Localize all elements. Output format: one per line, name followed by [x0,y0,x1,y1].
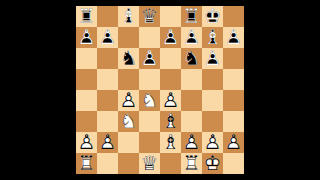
square-a7[interactable]: ♟♙ [76,27,97,48]
square-d6[interactable]: ♟♙ [139,48,160,69]
square-d8[interactable]: ♛♕ [139,6,160,27]
chess-board: ♜♖♝♗♛♕♜♖♚♔♟♙♟♙♟♙♟♙♝♗♟♙♞♘♟♙♞♘♟♙♟♙♞♘♟♙♞♘♝♗… [76,6,244,174]
piece-white-bishop[interactable]: ♝♗ [160,132,181,153]
square-g3[interactable] [202,111,223,132]
square-h3[interactable] [223,111,244,132]
square-g1[interactable]: ♚♔ [202,153,223,174]
square-h5[interactable] [223,69,244,90]
square-a6[interactable] [76,48,97,69]
square-c1[interactable] [118,153,139,174]
square-b5[interactable] [97,69,118,90]
square-f7[interactable]: ♟♙ [181,27,202,48]
piece-black-bishop[interactable]: ♝♗ [202,27,223,48]
square-f1[interactable]: ♜♖ [181,153,202,174]
piece-glyph-outline: ♘ [139,90,160,111]
piece-glyph-outline: ♘ [181,48,202,69]
square-d4[interactable]: ♞♘ [139,90,160,111]
piece-glyph-outline: ♖ [181,153,202,174]
square-e4[interactable]: ♟♙ [160,90,181,111]
square-a3[interactable] [76,111,97,132]
square-e1[interactable] [160,153,181,174]
piece-glyph-outline: ♗ [202,27,223,48]
square-d2[interactable] [139,132,160,153]
square-h8[interactable] [223,6,244,27]
square-f5[interactable] [181,69,202,90]
square-f8[interactable]: ♜♖ [181,6,202,27]
piece-black-king[interactable]: ♚♔ [202,6,223,27]
square-c2[interactable] [118,132,139,153]
square-a8[interactable]: ♜♖ [76,6,97,27]
piece-glyph-outline: ♙ [76,132,97,153]
piece-white-pawn[interactable]: ♟♙ [76,132,97,153]
square-d3[interactable] [139,111,160,132]
piece-glyph-outline: ♔ [202,6,223,27]
piece-glyph-outline: ♙ [97,132,118,153]
piece-black-pawn[interactable]: ♟♙ [160,27,181,48]
square-e5[interactable] [160,69,181,90]
square-c4[interactable]: ♟♙ [118,90,139,111]
square-g5[interactable] [202,69,223,90]
square-e6[interactable] [160,48,181,69]
square-c3[interactable]: ♞♘ [118,111,139,132]
square-h4[interactable] [223,90,244,111]
square-b7[interactable]: ♟♙ [97,27,118,48]
piece-glyph-outline: ♙ [202,48,223,69]
piece-white-pawn[interactable]: ♟♙ [97,132,118,153]
piece-glyph-outline: ♖ [181,6,202,27]
square-g4[interactable] [202,90,223,111]
piece-glyph-outline: ♕ [139,6,160,27]
piece-glyph-outline: ♗ [118,6,139,27]
piece-glyph-outline: ♘ [118,48,139,69]
square-g8[interactable]: ♚♔ [202,6,223,27]
piece-white-knight[interactable]: ♞♘ [118,111,139,132]
piece-white-pawn[interactable]: ♟♙ [160,90,181,111]
piece-glyph-outline: ♙ [202,132,223,153]
piece-glyph-outline: ♔ [202,153,223,174]
square-f4[interactable] [181,90,202,111]
square-e7[interactable]: ♟♙ [160,27,181,48]
square-d7[interactable] [139,27,160,48]
piece-black-pawn[interactable]: ♟♙ [223,27,244,48]
square-b1[interactable] [97,153,118,174]
piece-glyph-outline: ♗ [160,111,181,132]
square-g2[interactable]: ♟♙ [202,132,223,153]
piece-glyph-outline: ♘ [118,111,139,132]
piece-black-rook[interactable]: ♜♖ [76,6,97,27]
square-h7[interactable]: ♟♙ [223,27,244,48]
square-c7[interactable] [118,27,139,48]
square-c5[interactable] [118,69,139,90]
square-h2[interactable]: ♟♙ [223,132,244,153]
square-a1[interactable]: ♜♖ [76,153,97,174]
square-d1[interactable]: ♛♕ [139,153,160,174]
piece-glyph-outline: ♖ [76,6,97,27]
square-b3[interactable] [97,111,118,132]
square-b6[interactable] [97,48,118,69]
square-a5[interactable] [76,69,97,90]
piece-glyph-outline: ♙ [76,27,97,48]
piece-white-king[interactable]: ♚♔ [202,153,223,174]
piece-white-pawn[interactable]: ♟♙ [118,90,139,111]
piece-glyph-outline: ♙ [97,27,118,48]
piece-black-pawn[interactable]: ♟♙ [202,48,223,69]
piece-white-pawn[interactable]: ♟♙ [202,132,223,153]
square-d5[interactable] [139,69,160,90]
piece-glyph-outline: ♖ [76,153,97,174]
square-f3[interactable] [181,111,202,132]
piece-glyph-outline: ♙ [118,90,139,111]
square-e3[interactable]: ♝♗ [160,111,181,132]
piece-white-rook[interactable]: ♜♖ [76,153,97,174]
piece-glyph-outline: ♙ [223,27,244,48]
square-f6[interactable]: ♞♘ [181,48,202,69]
piece-glyph-outline: ♗ [160,132,181,153]
square-b2[interactable]: ♟♙ [97,132,118,153]
square-h1[interactable] [223,153,244,174]
piece-glyph-outline: ♙ [223,132,244,153]
square-a4[interactable] [76,90,97,111]
square-e2[interactable]: ♝♗ [160,132,181,153]
piece-black-pawn[interactable]: ♟♙ [181,27,202,48]
piece-white-pawn[interactable]: ♟♙ [181,132,202,153]
piece-white-knight[interactable]: ♞♘ [139,90,160,111]
piece-glyph-outline: ♙ [160,27,181,48]
piece-glyph-outline: ♙ [139,48,160,69]
piece-black-pawn[interactable]: ♟♙ [97,27,118,48]
square-g7[interactable]: ♝♗ [202,27,223,48]
square-e8[interactable] [160,6,181,27]
piece-glyph-outline: ♙ [181,132,202,153]
square-c8[interactable]: ♝♗ [118,6,139,27]
square-b8[interactable] [97,6,118,27]
square-a2[interactable]: ♟♙ [76,132,97,153]
square-g6[interactable]: ♟♙ [202,48,223,69]
square-c6[interactable]: ♞♘ [118,48,139,69]
square-b4[interactable] [97,90,118,111]
piece-black-rook[interactable]: ♜♖ [181,6,202,27]
piece-black-pawn[interactable]: ♟♙ [76,27,97,48]
piece-black-bishop[interactable]: ♝♗ [118,6,139,27]
piece-white-queen[interactable]: ♛♕ [139,153,160,174]
piece-black-knight[interactable]: ♞♘ [118,48,139,69]
piece-white-pawn[interactable]: ♟♙ [223,132,244,153]
square-h6[interactable] [223,48,244,69]
piece-white-rook[interactable]: ♜♖ [181,153,202,174]
piece-glyph-outline: ♙ [160,90,181,111]
piece-white-bishop[interactable]: ♝♗ [160,111,181,132]
piece-black-pawn[interactable]: ♟♙ [139,48,160,69]
piece-black-knight[interactable]: ♞♘ [181,48,202,69]
square-f2[interactable]: ♟♙ [181,132,202,153]
app-background: ♜♖♝♗♛♕♜♖♚♔♟♙♟♙♟♙♟♙♝♗♟♙♞♘♟♙♞♘♟♙♟♙♞♘♟♙♞♘♝♗… [0,0,320,180]
piece-glyph-outline: ♕ [139,153,160,174]
piece-black-queen[interactable]: ♛♕ [139,6,160,27]
piece-glyph-outline: ♙ [181,27,202,48]
